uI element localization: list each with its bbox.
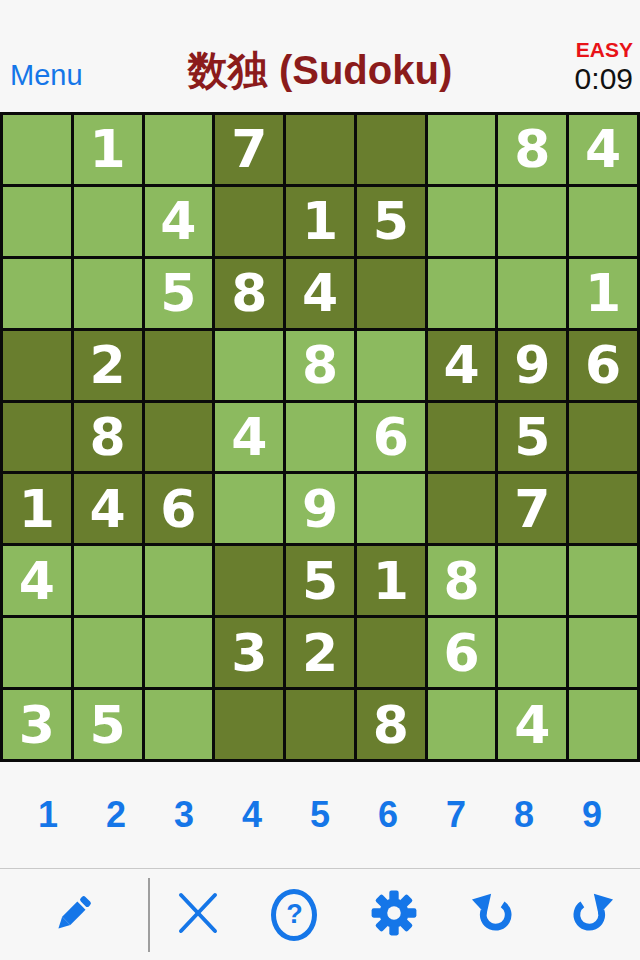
cell-r5c9[interactable] bbox=[569, 403, 637, 472]
cell-r6c3[interactable]: 6 bbox=[145, 474, 213, 543]
cell-r9c7[interactable] bbox=[428, 690, 496, 759]
cell-r6c2[interactable]: 4 bbox=[74, 474, 142, 543]
cell-r9c9[interactable] bbox=[569, 690, 637, 759]
cell-r8c7[interactable]: 6 bbox=[428, 618, 496, 687]
cell-r8c6[interactable] bbox=[357, 618, 425, 687]
cell-r7c8[interactable] bbox=[498, 546, 566, 615]
status-box: EASY 0:09 bbox=[575, 38, 633, 95]
cell-r4c6[interactable] bbox=[357, 331, 425, 400]
cell-r3c6[interactable] bbox=[357, 259, 425, 328]
cell-r2c6[interactable]: 5 bbox=[357, 187, 425, 256]
cell-r9c5[interactable] bbox=[286, 690, 354, 759]
cell-r6c1[interactable]: 1 bbox=[3, 474, 71, 543]
cell-r7c9[interactable] bbox=[569, 546, 637, 615]
cell-r6c6[interactable] bbox=[357, 474, 425, 543]
cell-r2c8[interactable] bbox=[498, 187, 566, 256]
cell-r4c2[interactable]: 2 bbox=[74, 331, 142, 400]
cell-r3c7[interactable] bbox=[428, 259, 496, 328]
cell-r2c5[interactable]: 1 bbox=[286, 187, 354, 256]
cell-r5c6[interactable]: 6 bbox=[357, 403, 425, 472]
pencil-icon bbox=[50, 889, 98, 941]
cell-r3c3[interactable]: 5 bbox=[145, 259, 213, 328]
page-title: 数独 (Sudoku) bbox=[0, 43, 640, 98]
cell-r8c9[interactable] bbox=[569, 618, 637, 687]
redo-icon bbox=[568, 890, 614, 940]
cell-r7c5[interactable]: 5 bbox=[286, 546, 354, 615]
numpad-key-5[interactable]: 5 bbox=[300, 794, 340, 836]
undo-icon bbox=[471, 890, 517, 940]
cell-r4c9[interactable]: 6 bbox=[569, 331, 637, 400]
cell-r3c8[interactable] bbox=[498, 259, 566, 328]
cell-r1c3[interactable] bbox=[145, 115, 213, 184]
clear-x-icon bbox=[176, 890, 220, 940]
cell-r1c7[interactable] bbox=[428, 115, 496, 184]
cell-r2c3[interactable]: 4 bbox=[145, 187, 213, 256]
numpad-key-3[interactable]: 3 bbox=[164, 794, 204, 836]
cell-r1c8[interactable]: 8 bbox=[498, 115, 566, 184]
cell-r5c3[interactable] bbox=[145, 403, 213, 472]
pencil-button[interactable] bbox=[50, 889, 98, 941]
cell-r6c9[interactable] bbox=[569, 474, 637, 543]
cell-r5c5[interactable] bbox=[286, 403, 354, 472]
cell-r3c1[interactable] bbox=[3, 259, 71, 328]
header: Menu 数独 (Sudoku) EASY 0:09 bbox=[0, 0, 640, 112]
cell-r4c7[interactable]: 4 bbox=[428, 331, 496, 400]
cell-r7c4[interactable] bbox=[215, 546, 283, 615]
cell-r9c2[interactable]: 5 bbox=[74, 690, 142, 759]
cell-r5c2[interactable]: 8 bbox=[74, 403, 142, 472]
help-icon: ? bbox=[271, 889, 317, 941]
toolbar: ? bbox=[0, 868, 640, 960]
cell-r1c5[interactable] bbox=[286, 115, 354, 184]
numpad-key-9[interactable]: 9 bbox=[572, 794, 612, 836]
cell-r8c8[interactable] bbox=[498, 618, 566, 687]
cell-r4c1[interactable] bbox=[3, 331, 71, 400]
difficulty-badge: EASY bbox=[575, 38, 633, 62]
cell-r2c7[interactable] bbox=[428, 187, 496, 256]
cell-r7c1[interactable]: 4 bbox=[3, 546, 71, 615]
cell-r6c7[interactable] bbox=[428, 474, 496, 543]
cell-r2c9[interactable] bbox=[569, 187, 637, 256]
undo-button[interactable] bbox=[471, 890, 517, 940]
cell-r9c3[interactable] bbox=[145, 690, 213, 759]
cell-r4c4[interactable] bbox=[215, 331, 283, 400]
cell-r7c3[interactable] bbox=[145, 546, 213, 615]
numpad-key-7[interactable]: 7 bbox=[436, 794, 476, 836]
cell-r9c6[interactable]: 8 bbox=[357, 690, 425, 759]
cell-r8c2[interactable] bbox=[74, 618, 142, 687]
cell-r2c2[interactable] bbox=[74, 187, 142, 256]
cell-r1c2[interactable]: 1 bbox=[74, 115, 142, 184]
cell-r5c1[interactable] bbox=[3, 403, 71, 472]
cell-r1c1[interactable] bbox=[3, 115, 71, 184]
timer: 0:09 bbox=[575, 62, 633, 95]
cell-r6c5[interactable]: 9 bbox=[286, 474, 354, 543]
cell-r1c9[interactable]: 4 bbox=[569, 115, 637, 184]
cell-r6c4[interactable] bbox=[215, 474, 283, 543]
cell-r9c8[interactable]: 4 bbox=[498, 690, 566, 759]
cell-r8c4[interactable]: 3 bbox=[215, 618, 283, 687]
numpad-key-2[interactable]: 2 bbox=[96, 794, 136, 836]
cell-r3c9[interactable]: 1 bbox=[569, 259, 637, 328]
cell-r4c8[interactable]: 9 bbox=[498, 331, 566, 400]
cell-r5c7[interactable] bbox=[428, 403, 496, 472]
cell-r3c4[interactable]: 8 bbox=[215, 259, 283, 328]
cell-r4c5[interactable]: 8 bbox=[286, 331, 354, 400]
sudoku-board: 178441558412849684651469745183263584 bbox=[0, 112, 640, 762]
cell-r4c3[interactable] bbox=[145, 331, 213, 400]
settings-button[interactable] bbox=[369, 888, 419, 942]
settings-gear-icon bbox=[369, 888, 419, 942]
cell-r5c4[interactable]: 4 bbox=[215, 403, 283, 472]
numpad-key-6[interactable]: 6 bbox=[368, 794, 408, 836]
cell-r8c5[interactable]: 2 bbox=[286, 618, 354, 687]
cell-r2c4[interactable] bbox=[215, 187, 283, 256]
clear-button[interactable] bbox=[176, 890, 220, 940]
numpad-key-1[interactable]: 1 bbox=[28, 794, 68, 836]
numpad-key-4[interactable]: 4 bbox=[232, 794, 272, 836]
cell-r1c6[interactable] bbox=[357, 115, 425, 184]
cell-r2c1[interactable] bbox=[3, 187, 71, 256]
cell-r7c7[interactable]: 8 bbox=[428, 546, 496, 615]
cell-r9c4[interactable] bbox=[215, 690, 283, 759]
number-pad: 123456789 bbox=[0, 762, 640, 868]
cell-r9c1[interactable]: 3 bbox=[3, 690, 71, 759]
help-button[interactable]: ? bbox=[271, 889, 317, 941]
cell-r7c6[interactable]: 1 bbox=[357, 546, 425, 615]
cell-r6c8[interactable]: 7 bbox=[498, 474, 566, 543]
cell-r3c2[interactable] bbox=[74, 259, 142, 328]
cell-r1c4[interactable]: 7 bbox=[215, 115, 283, 184]
cell-r3c5[interactable]: 4 bbox=[286, 259, 354, 328]
redo-button[interactable] bbox=[568, 890, 614, 940]
cell-r8c1[interactable] bbox=[3, 618, 71, 687]
cell-r5c8[interactable]: 5 bbox=[498, 403, 566, 472]
cell-r7c2[interactable] bbox=[74, 546, 142, 615]
cell-r8c3[interactable] bbox=[145, 618, 213, 687]
numpad-key-8[interactable]: 8 bbox=[504, 794, 544, 836]
